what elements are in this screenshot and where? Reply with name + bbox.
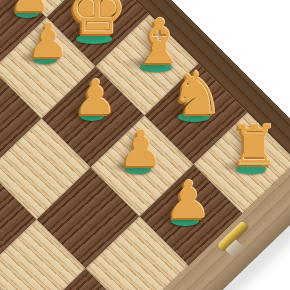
pawn-glyph: ♟ [71,73,119,121]
rook-glyph: ♜ [226,118,282,174]
chess-board-photo: ♟♚♟♝♟♞♟♜♟ [0,0,290,290]
pawn-glyph: ♟ [116,124,166,174]
pawn-glyph: ♟ [25,17,72,64]
knight-glyph: ♞ [167,63,227,123]
pawn-glyph: ♟ [162,174,214,226]
king-glyph: ♚ [63,0,131,45]
